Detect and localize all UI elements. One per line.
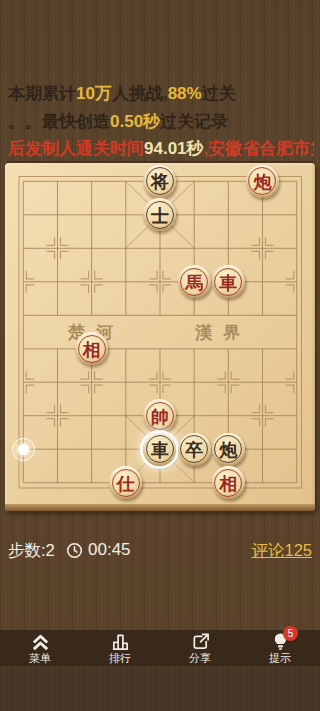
game-timer: 00:45 [66,537,131,563]
last-move-source-marker [18,444,29,455]
clock-icon [66,542,83,559]
piece-black-炮[interactable]: 炮 [212,433,245,466]
timer-value: 00:45 [88,540,131,560]
board-grid[interactable]: 将炮士馬車相帥車卒炮仕相 [6,165,314,500]
piece-red-相[interactable]: 相 [212,466,245,499]
nav-item-share[interactable]: 分享 [160,630,240,666]
share-icon [190,632,211,651]
move-counter: 步数:2 [8,540,55,562]
piece-red-車[interactable]: 車 [212,265,245,298]
nav-label-share: 分享 [189,652,211,664]
nav-label-hint: 提示 [269,652,291,664]
nav-item-hint[interactable]: 提示 5 [240,630,320,666]
stats-line-2: 。。最快创造0.50秒过关记录 [8,108,314,136]
piece-red-炮[interactable]: 炮 [246,165,279,198]
piece-red-馬[interactable]: 馬 [178,265,211,298]
comments-link[interactable]: 评论125 [251,540,312,562]
bottom-nav: 菜单 排行 分享 提示 5 [0,630,320,666]
ranking-icon [110,632,131,651]
nav-item-ranking[interactable]: 排行 [80,630,160,666]
hint-badge: 5 [283,626,298,641]
nav-item-menu[interactable]: 菜单 [0,630,80,666]
piece-red-相[interactable]: 相 [75,332,108,365]
bottom-filler [0,666,320,711]
piece-red-仕[interactable]: 仕 [109,466,142,499]
menu-up-icon [30,632,51,651]
stats-line-3: 后发制人通关时间94.01秒,安徽省合肥市第687 [8,135,314,163]
challenge-stats: 本期累计10万人挑战,88%过关 。。最快创造0.50秒过关记录 后发制人通关时… [8,80,314,163]
piece-black-卒[interactable]: 卒 [178,433,211,466]
status-bar: 步数:2 00:45 评论125 [0,537,320,563]
nav-label-menu: 菜单 [29,652,51,664]
piece-black-将[interactable]: 将 [143,165,176,198]
piece-black-士[interactable]: 士 [143,198,176,231]
stats-line-1: 本期累计10万人挑战,88%过关 [8,80,314,108]
piece-red-帥[interactable]: 帥 [143,399,176,432]
piece-black-車[interactable]: 車 [143,433,176,466]
nav-label-ranking: 排行 [109,652,131,664]
